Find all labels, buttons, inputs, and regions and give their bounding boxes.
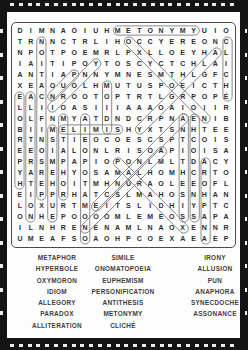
grid-cell: L: [166, 178, 177, 189]
grid-cell: D: [15, 26, 26, 37]
grid-cell: Y: [134, 124, 145, 135]
grid-cell: A: [101, 167, 112, 178]
grid-cell: T: [90, 113, 101, 124]
filmstrip-dash: [245, 288, 248, 292]
grid-cell: C: [188, 167, 199, 178]
filmstrip-dash: [212, 344, 216, 347]
grid-cell: Y: [101, 69, 112, 80]
grid-cell: N: [210, 36, 221, 47]
grid-cell: C: [221, 69, 232, 80]
grid-cell: I: [123, 145, 134, 156]
filmstrip-dash: [186, 3, 190, 6]
worksheet-page: DIMNAOIUHMETONYMYUIOTRNNCTRLIHOCCYEREONC…: [7, 12, 240, 338]
grid-cell: S: [90, 167, 101, 178]
grid-cell: R: [58, 200, 69, 211]
grid-cell: S: [145, 69, 156, 80]
grid-cell: A: [166, 102, 177, 113]
grid-cell: C: [134, 58, 145, 69]
grid-cell: N: [210, 222, 221, 233]
filmstrip-dash: [72, 344, 76, 347]
filmstrip-dash: [212, 3, 216, 6]
grid-cell: M: [156, 156, 167, 167]
grid-cell: T: [210, 80, 221, 91]
filmstrip-dash: [245, 123, 248, 127]
grid-cell: Y: [69, 167, 80, 178]
filmstrip-dash: [124, 344, 128, 347]
filmstrip-dash: [160, 3, 164, 6]
grid-cell: A: [156, 222, 167, 233]
grid-cell: T: [58, 134, 69, 145]
filmstrip-dash: [63, 344, 67, 347]
grid-cell: A: [58, 26, 69, 37]
grid-cell: O: [90, 211, 101, 222]
grid-cell: I: [25, 189, 36, 200]
grid-cell: P: [156, 80, 167, 91]
grid-cell: O: [58, 178, 69, 189]
grid-cell: B: [15, 124, 26, 135]
grid-cell: T: [47, 47, 58, 58]
grid-cell: O: [101, 156, 112, 167]
grid-cell: M: [36, 26, 47, 37]
filmstrip-dash: [245, 29, 248, 33]
grid-cell: O: [166, 47, 177, 58]
grid-cell: E: [188, 36, 199, 47]
grid-cell: H: [177, 69, 188, 80]
grid-cell: E: [123, 134, 134, 145]
grid-cell: O: [112, 58, 123, 69]
grid-cell: M: [112, 26, 123, 37]
filmstrip-dash: [142, 344, 146, 347]
grid-cell: O: [90, 134, 101, 145]
grid-cell: O: [101, 91, 112, 102]
grid-cell: T: [90, 189, 101, 200]
grid-cell: E: [177, 80, 188, 91]
grid-cell: O: [80, 91, 91, 102]
grid-cell: S: [156, 134, 167, 145]
grid-cell: U: [199, 26, 210, 37]
grid-cell: O: [188, 102, 199, 113]
grid-cell: T: [210, 167, 221, 178]
grid-cell: I: [47, 102, 58, 113]
grid-cell: M: [134, 189, 145, 200]
filmstrip-dash: [177, 3, 181, 6]
grid-cell: N: [36, 134, 47, 145]
grid-cell: S: [47, 134, 58, 145]
grid-cell: O: [166, 80, 177, 91]
grid-cell: E: [25, 145, 36, 156]
grid-cell: T: [69, 200, 80, 211]
grid-cell: I: [199, 102, 210, 113]
grid-cell: I: [177, 200, 188, 211]
grid-cell: H: [58, 167, 69, 178]
grid-cell: O: [15, 211, 26, 222]
grid-cell: E: [25, 80, 36, 91]
grid-cell: M: [90, 124, 101, 135]
grid-cell: T: [199, 124, 210, 135]
grid-cell: M: [156, 69, 167, 80]
grid-cell: O: [101, 211, 112, 222]
grid-cell: I: [58, 58, 69, 69]
grid-cell: E: [80, 47, 91, 58]
grid-cell: O: [166, 222, 177, 233]
grid-cell: E: [210, 124, 221, 135]
grid-cell: O: [36, 145, 47, 156]
grid-cell: I: [69, 134, 80, 145]
filmstrip-dash: [0, 123, 3, 127]
word-list-column: SIMILEONOMATOPOEIAEUPHEMISMPERSONIFICATI…: [75, 252, 171, 331]
word-list: METAPHORHYPERBOLEOXYMORONIDIOMALLEGORYPA…: [7, 252, 240, 334]
grid-cell: O: [69, 211, 80, 222]
filmstrip-dash: [0, 217, 3, 221]
grid-cell: T: [145, 91, 156, 102]
filmstrip-dash: [245, 264, 248, 268]
filmstrip-dash: [151, 3, 155, 6]
grid-cell: C: [188, 134, 199, 145]
grid-cell: M: [101, 80, 112, 91]
grid-cell: U: [134, 80, 145, 91]
grid-cell: N: [145, 222, 156, 233]
grid-cell: O: [123, 156, 134, 167]
grid-cell: R: [112, 145, 123, 156]
grid-cell: E: [123, 26, 134, 37]
grid-cell: C: [156, 58, 167, 69]
filmstrip-dash: [0, 264, 3, 268]
grid-cell: S: [145, 80, 156, 91]
grid-cell: H: [101, 26, 112, 37]
filmstrip-dash: [204, 344, 208, 347]
grid-cell: R: [221, 222, 232, 233]
word-list-item: ANAPHORA: [167, 286, 247, 297]
grid-cell: Y: [166, 26, 177, 37]
grid-cell: E: [15, 189, 26, 200]
grid-cell: P: [210, 211, 221, 222]
grid-cell: D: [156, 200, 167, 211]
grid-cell: A: [210, 58, 221, 69]
grid-cell: L: [156, 91, 167, 102]
grid-cell: C: [134, 36, 145, 47]
grid-cell: R: [58, 189, 69, 200]
grid-cell: T: [123, 91, 134, 102]
grid-cell: O: [156, 102, 167, 113]
filmstrip-dash: [204, 3, 208, 6]
grid-cell: N: [90, 145, 101, 156]
grid-cell: I: [210, 134, 221, 145]
grid-cell: L: [166, 156, 177, 167]
grid-cell: S: [123, 200, 134, 211]
grid-cell: N: [112, 178, 123, 189]
grid-cell: C: [221, 36, 232, 47]
word-list-item: ALLUSION: [167, 263, 247, 274]
grid-cell: A: [69, 102, 80, 113]
grid-cell: A: [145, 178, 156, 189]
filmstrip-dash: [80, 344, 84, 347]
filmstrip-dash: [245, 194, 248, 198]
grid-cell: C: [134, 113, 145, 124]
grid-cell: L: [101, 145, 112, 156]
filmstrip-dash: [245, 53, 248, 57]
grid-cell: O: [69, 26, 80, 37]
grid-cell: A: [69, 156, 80, 167]
grid-cell: S: [221, 134, 232, 145]
grid-cell: I: [101, 124, 112, 135]
filmstrip-dash: [89, 344, 93, 347]
filmstrip-dash: [72, 3, 76, 6]
filmstrip-dash: [245, 311, 248, 315]
grid-cell: M: [166, 167, 177, 178]
grid-cell: Y: [90, 58, 101, 69]
word-list-item: ASSONANCE: [167, 308, 247, 319]
grid-cell: N: [15, 47, 26, 58]
grid-cell: A: [199, 233, 210, 244]
grid-cell: A: [25, 91, 36, 102]
grid-cell: D: [123, 113, 134, 124]
grid-cell: L: [69, 124, 80, 135]
grid-cell: T: [47, 58, 58, 69]
grid-cell: O: [221, 167, 232, 178]
grid-cell: A: [47, 233, 58, 244]
grid-cell: C: [58, 36, 69, 47]
grid-cell: H: [156, 189, 167, 200]
grid-cell: A: [210, 189, 221, 200]
word-list-item: ANTITHESIS: [75, 297, 171, 308]
grid-cell: A: [134, 102, 145, 113]
filmstrip-dash: [142, 3, 146, 6]
grid-cell: X: [36, 200, 47, 211]
grid-cell: O: [80, 167, 91, 178]
grid-cell: O: [156, 167, 167, 178]
grid-cell: E: [188, 233, 199, 244]
grid-cell: N: [177, 124, 188, 135]
grid-cell: E: [47, 167, 58, 178]
grid-cell: L: [112, 47, 123, 58]
word-list-item: PUN: [167, 275, 247, 286]
grid-cell: U: [15, 233, 26, 244]
filmstrip-dash: [98, 3, 102, 6]
grid-cell: H: [15, 178, 26, 189]
grid-cell: A: [58, 69, 69, 80]
grid-cell: P: [112, 156, 123, 167]
grid-cell: S: [69, 233, 80, 244]
filmstrip-dash: [36, 344, 40, 347]
grid-cell: E: [177, 178, 188, 189]
grid-cell: O: [69, 91, 80, 102]
grid-cell: P: [156, 113, 167, 124]
grid-cell: P: [112, 91, 123, 102]
grid-cell: O: [80, 58, 91, 69]
grid-cell: A: [25, 58, 36, 69]
grid-cell: H: [90, 80, 101, 91]
grid-cell: E: [210, 233, 221, 244]
grid-cell: I: [101, 200, 112, 211]
grid-cell: S: [112, 189, 123, 200]
grid-cell: I: [25, 124, 36, 135]
filmstrip-dash: [10, 3, 14, 6]
grid-cell: S: [134, 134, 145, 145]
grid-cell: Y: [145, 58, 156, 69]
grid-cell: L: [90, 36, 101, 47]
grid-cell: I: [80, 26, 91, 37]
grid-cell: C: [210, 156, 221, 167]
grid-cell: M: [90, 178, 101, 189]
grid-cell: D: [101, 113, 112, 124]
grid-cell: X: [145, 124, 156, 135]
grid-cell: O: [156, 178, 167, 189]
grid-cell: N: [90, 69, 101, 80]
filmstrip-dash: [245, 170, 248, 174]
grid-cell: H: [123, 124, 134, 135]
grid-cell: S: [36, 156, 47, 167]
grid-cell: G: [199, 69, 210, 80]
filmstrip-dash: [0, 170, 3, 174]
filmstrip-dash: [160, 344, 164, 347]
grid-cell: S: [123, 58, 134, 69]
grid-cell: P: [199, 200, 210, 211]
grid-cell: E: [15, 91, 26, 102]
filmstrip-dash: [0, 147, 3, 151]
grid-cell: I: [80, 124, 91, 135]
filmstrip-dash: [221, 3, 225, 6]
grid-cell: H: [112, 36, 123, 47]
grid-cell: T: [166, 69, 177, 80]
grid-cell: T: [25, 134, 36, 145]
grid-cell: C: [221, 200, 232, 211]
grid-cell: R: [145, 113, 156, 124]
filmstrip-dash: [116, 3, 120, 6]
grid-cell: S: [177, 189, 188, 200]
grid-cell: I: [199, 145, 210, 156]
grid-cell: C: [134, 233, 145, 244]
grid-cell: N: [134, 156, 145, 167]
word-list-item: METONYMY: [75, 308, 171, 319]
grid-cell: C: [101, 134, 112, 145]
grid-cell: B: [221, 113, 232, 124]
grid-cell: I: [15, 222, 26, 233]
grid-cell: X: [134, 47, 145, 58]
grid-cell: T: [80, 178, 91, 189]
filmstrip-dash: [63, 3, 67, 6]
grid-cell: I: [145, 200, 156, 211]
grid-cell: L: [145, 47, 156, 58]
filmstrip-dash: [0, 241, 3, 245]
grid-cell: O: [25, 200, 36, 211]
grid-cell: O: [80, 233, 91, 244]
grid-cell: I: [90, 156, 101, 167]
grid-cell: L: [188, 69, 199, 80]
grid-cell: P: [188, 91, 199, 102]
grid-cell: H: [112, 233, 123, 244]
filmstrip-dash: [230, 344, 234, 347]
grid-cell: I: [25, 26, 36, 37]
grid-cell: U: [90, 26, 101, 37]
grid-cell: A: [123, 167, 134, 178]
grid-cell: O: [199, 91, 210, 102]
grid-cell: A: [80, 189, 91, 200]
filmstrip-dash: [0, 288, 3, 292]
filmstrip-dash: [0, 76, 3, 80]
filmstrip-dash: [36, 3, 40, 6]
grid-cell: P: [36, 189, 47, 200]
grid-cell: O: [166, 211, 177, 222]
grid-cell: O: [199, 36, 210, 47]
grid-cell: L: [134, 200, 145, 211]
grid-cell: H: [199, 189, 210, 200]
grid-cell: U: [47, 200, 58, 211]
filmstrip-dash: [107, 344, 111, 347]
grid-cell: C: [145, 36, 156, 47]
grid-cell: T: [25, 178, 36, 189]
filmstrip-dash: [124, 3, 128, 6]
grid-cell: R: [15, 134, 26, 145]
grid-cell: P: [58, 156, 69, 167]
grid-cell: T: [90, 91, 101, 102]
grid-cell: L: [134, 167, 145, 178]
grid-cell: O: [221, 26, 232, 37]
grid-cell: P: [166, 134, 177, 145]
grid-cell: S: [134, 145, 145, 156]
word-search-grid-frame: DIMNAOIUHMETONYMYUIOTRNNCTRLIHOCCYEREONC…: [11, 22, 236, 248]
grid-cell: L: [134, 222, 145, 233]
grid-cell: N: [199, 113, 210, 124]
grid-cell: H: [36, 211, 47, 222]
grid-cell: E: [188, 222, 199, 233]
grid-cell: R: [80, 36, 91, 47]
grid-cell: R: [58, 91, 69, 102]
grid-cell: A: [221, 211, 232, 222]
grid-cell: S: [188, 211, 199, 222]
grid-cell: R: [134, 91, 145, 102]
grid-cell: N: [47, 26, 58, 37]
filmstrip-dash: [186, 344, 190, 347]
grid-cell: P: [58, 47, 69, 58]
grid-cell: N: [123, 69, 134, 80]
grid-cell: C: [177, 58, 188, 69]
grid-cell: E: [166, 36, 177, 47]
grid-cell: E: [36, 178, 47, 189]
grid-cell: N: [47, 91, 58, 102]
filmstrip-dash: [98, 344, 102, 347]
grid-cell: O: [145, 26, 156, 37]
grid-cell: Y: [156, 36, 167, 47]
grid-cell: N: [101, 222, 112, 233]
grid-cell: A: [80, 113, 91, 124]
filmstrip-dash: [28, 3, 32, 6]
grid-cell: R: [221, 102, 232, 113]
grid-cell: E: [134, 211, 145, 222]
grid-cell: N: [36, 36, 47, 47]
grid-cell: T: [166, 58, 177, 69]
filmstrip-dash: [245, 147, 248, 151]
grid-cell: P: [166, 145, 177, 156]
grid-cell: I: [15, 58, 26, 69]
grid-cell: O: [112, 134, 123, 145]
grid-cell: N: [188, 189, 199, 200]
grid-cell: O: [69, 47, 80, 58]
filmstrip-dash: [245, 217, 248, 221]
grid-cell: I: [221, 58, 232, 69]
grid-cell: R: [199, 167, 210, 178]
grid-cell: R: [134, 178, 145, 189]
grid-cell: H: [188, 124, 199, 135]
filmstrip-dash: [245, 100, 248, 104]
filmstrip-dash: [133, 3, 137, 6]
grid-cell: M: [90, 47, 101, 58]
grid-cell: E: [80, 134, 91, 145]
grid-cell: Y: [15, 167, 26, 178]
filmstrip-dash: [19, 3, 23, 6]
grid-cell: L: [145, 156, 156, 167]
grid-cell: H: [177, 167, 188, 178]
filmstrip-dash: [45, 3, 49, 6]
